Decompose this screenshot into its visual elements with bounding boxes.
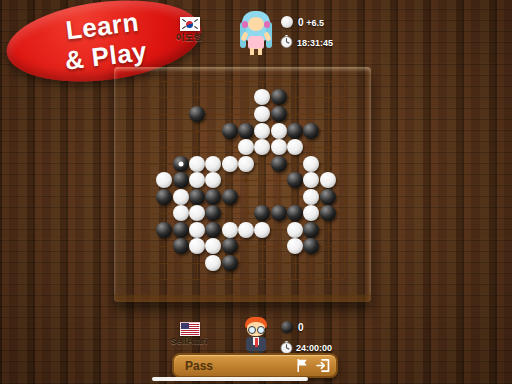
black-stone (271, 89, 287, 105)
hoshi-point (244, 178, 248, 182)
black-stone (156, 189, 172, 205)
white-stone (303, 156, 319, 172)
black-stone (320, 189, 336, 205)
white-stone (222, 222, 238, 238)
white-stone (156, 172, 172, 188)
black-stone (287, 123, 303, 139)
black-stone (189, 189, 205, 205)
white-stone (287, 139, 303, 155)
white-stone (287, 238, 303, 254)
united-states-flag-icon (180, 322, 200, 336)
white-stone (222, 156, 238, 172)
white-stone (189, 205, 205, 221)
black-stone (173, 156, 189, 172)
top-player-avatar (240, 10, 272, 56)
black-stone (303, 238, 319, 254)
bottom-player-time: 24:00:00 (296, 343, 332, 353)
black-stone (222, 123, 238, 139)
white-stone-icon (281, 16, 293, 28)
white-stone (271, 123, 287, 139)
top-player-time: 18:31:45 (297, 38, 333, 48)
white-stone (189, 172, 205, 188)
white-stone (287, 222, 303, 238)
bottom-captures: 0 (298, 322, 304, 333)
last-move-marker (178, 161, 183, 166)
top-captures: 0 (298, 17, 304, 28)
white-stone (238, 156, 254, 172)
pass-button[interactable]: Pass (185, 359, 294, 373)
pass-bar: Pass (172, 353, 338, 378)
white-stone (205, 156, 221, 172)
white-stone (303, 205, 319, 221)
black-stone (205, 189, 221, 205)
black-stone (222, 255, 238, 271)
black-stone (156, 222, 172, 238)
timer-clock-icon (280, 35, 293, 48)
exit-icon[interactable] (315, 357, 332, 374)
white-stone (271, 139, 287, 155)
black-stone (238, 123, 254, 139)
white-stone (303, 189, 319, 205)
white-stone (205, 255, 221, 271)
white-stone (189, 156, 205, 172)
black-stone (271, 205, 287, 221)
white-stone (238, 139, 254, 155)
app-screen: Learn & Play 이도령 0 +6.5 18:31:45 (0, 0, 512, 384)
black-stone (205, 222, 221, 238)
grid-line-h (148, 279, 344, 280)
top-player-name: 이도령 (154, 31, 224, 44)
white-stone (189, 222, 205, 238)
black-stone (222, 189, 238, 205)
black-stone (287, 172, 303, 188)
black-stone (303, 123, 319, 139)
hoshi-point (195, 129, 199, 133)
grid-line-h (148, 263, 344, 264)
black-stone (173, 172, 189, 188)
taegeuk-symbol (186, 21, 193, 28)
white-stone (254, 222, 270, 238)
white-stone (254, 139, 270, 155)
south-korea-flag-icon (180, 17, 200, 31)
grid-line-v (344, 81, 345, 279)
black-stone (173, 238, 189, 254)
white-stone (254, 123, 270, 139)
white-stone (254, 106, 270, 122)
bottom-player-name: SelfAtari (154, 336, 224, 346)
white-stone (238, 222, 254, 238)
black-stone (254, 205, 270, 221)
board-grid[interactable] (148, 81, 344, 279)
home-indicator[interactable] (152, 377, 308, 381)
white-stone (303, 172, 319, 188)
black-stone (287, 205, 303, 221)
black-stone (222, 238, 238, 254)
white-stone (320, 172, 336, 188)
resign-flag-icon[interactable] (294, 357, 311, 374)
black-stone (173, 222, 189, 238)
black-stone (320, 205, 336, 221)
white-stone (173, 205, 189, 221)
white-stone (205, 172, 221, 188)
white-stone (173, 189, 189, 205)
black-stone (271, 106, 287, 122)
go-board[interactable] (114, 67, 371, 302)
black-stone (303, 222, 319, 238)
black-stone (205, 205, 221, 221)
black-stone (189, 106, 205, 122)
white-stone (254, 89, 270, 105)
black-stone (271, 156, 287, 172)
white-stone (189, 238, 205, 254)
black-stone-icon (281, 321, 293, 333)
top-komi: +6.5 (306, 18, 324, 28)
white-stone (205, 238, 221, 254)
